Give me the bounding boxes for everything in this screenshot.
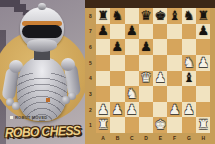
piece-white-queen[interactable]: ♛ <box>140 71 152 84</box>
file-label-b: B <box>110 133 124 143</box>
square-c2[interactable]: ♟ <box>125 102 139 118</box>
square-a1[interactable]: ♜ <box>96 117 110 133</box>
square-f4[interactable] <box>167 71 181 87</box>
piece-black-rook[interactable]: ♜ <box>97 9 109 22</box>
square-g2[interactable]: ♟ <box>182 102 196 118</box>
square-f1[interactable] <box>167 117 181 133</box>
square-c8[interactable] <box>125 8 139 24</box>
robot-claw <box>12 102 20 110</box>
piece-white-king[interactable]: ♚ <box>155 118 167 131</box>
square-g7[interactable] <box>182 24 196 40</box>
piece-white-pawn[interactable]: ♟ <box>126 103 138 116</box>
file-label-a: A <box>96 133 110 143</box>
square-f3[interactable] <box>167 86 181 102</box>
robot-torso <box>17 57 67 121</box>
square-g6[interactable] <box>182 39 196 55</box>
square-a8[interactable]: ♜ <box>96 8 110 24</box>
robot-claw <box>62 96 70 104</box>
rank-label-4: 4 <box>85 71 96 87</box>
file-label-c: C <box>125 133 139 143</box>
robot-visor <box>22 25 62 38</box>
file-labels: ABCDEFGH <box>96 133 210 143</box>
square-e3[interactable] <box>153 86 167 102</box>
rank-label-2: 2 <box>85 102 96 118</box>
square-d8[interactable]: ♛ <box>139 8 153 24</box>
square-f8[interactable]: ♝ <box>167 8 181 24</box>
square-e1[interactable]: ♚ <box>153 117 167 133</box>
square-h4[interactable] <box>196 71 210 87</box>
square-c7[interactable]: ♟ <box>125 24 139 40</box>
square-b1[interactable] <box>110 117 124 133</box>
square-g8[interactable]: ♞ <box>182 8 196 24</box>
rank-label-8: 8 <box>85 8 96 24</box>
square-g3[interactable] <box>182 86 196 102</box>
status-text: ROBOT MOVED <box>15 115 47 120</box>
square-d4[interactable]: ♛ <box>139 71 153 87</box>
square-c4[interactable] <box>125 71 139 87</box>
square-e6[interactable] <box>153 39 167 55</box>
file-label-f: F <box>167 133 181 143</box>
piece-white-pawn[interactable]: ♟ <box>183 103 195 116</box>
square-d5[interactable] <box>139 55 153 71</box>
square-b6[interactable]: ♟ <box>110 39 124 55</box>
square-b8[interactable]: ♞ <box>110 8 124 24</box>
file-label-h: H <box>196 133 210 143</box>
square-h8[interactable]: ♜ <box>196 8 210 24</box>
square-g1[interactable] <box>182 117 196 133</box>
app-logo: ROBO CHESS <box>2 123 83 141</box>
square-c3[interactable]: ♞ <box>125 86 139 102</box>
square-h6[interactable] <box>196 39 210 55</box>
robot-antenna <box>38 3 46 10</box>
rank-label-3: 3 <box>85 86 96 102</box>
piece-black-pawn[interactable]: ♟ <box>97 24 109 37</box>
piece-white-pawn[interactable]: ♟ <box>97 103 109 116</box>
piece-black-pawn[interactable]: ♟ <box>197 24 209 37</box>
piece-white-pawn[interactable]: ♟ <box>169 103 181 116</box>
left-panel: ROBOT MOVED ROBO CHESS <box>0 0 85 144</box>
chess-board: ♜♞♛♚♝♞♜♟♟♟♟♟♞♟♛♟♝♞♟♟♟♟♟♜♚♜ <box>96 8 210 133</box>
square-f5[interactable] <box>167 55 181 71</box>
status-row: ROBOT MOVED <box>10 114 47 120</box>
square-a5[interactable] <box>96 55 110 71</box>
square-b5[interactable] <box>110 55 124 71</box>
piece-black-queen[interactable]: ♛ <box>140 9 152 22</box>
piece-white-pawn[interactable]: ♟ <box>155 71 167 84</box>
square-h5[interactable]: ♟ <box>196 55 210 71</box>
piece-black-rook[interactable]: ♜ <box>197 9 209 22</box>
square-e8[interactable]: ♚ <box>153 8 167 24</box>
piece-black-knight[interactable]: ♞ <box>183 9 195 22</box>
status-dot-icon <box>10 116 13 119</box>
square-e7[interactable] <box>153 24 167 40</box>
square-a4[interactable] <box>96 71 110 87</box>
square-d6[interactable]: ♟ <box>139 39 153 55</box>
rank-label-5: 5 <box>85 55 96 71</box>
square-d2[interactable] <box>139 102 153 118</box>
piece-black-pawn[interactable]: ♟ <box>112 40 124 53</box>
piece-white-pawn[interactable]: ♟ <box>197 56 209 69</box>
square-b3[interactable] <box>110 86 124 102</box>
piece-black-pawn[interactable]: ♟ <box>140 40 152 53</box>
robot-chin <box>27 39 57 52</box>
square-d7[interactable] <box>139 24 153 40</box>
square-e2[interactable] <box>153 102 167 118</box>
square-h3[interactable] <box>196 86 210 102</box>
square-f7[interactable] <box>167 24 181 40</box>
piece-black-bishop[interactable]: ♝ <box>183 71 195 84</box>
board-top-strip <box>85 0 215 8</box>
accent-square <box>46 98 50 102</box>
square-g5[interactable]: ♞ <box>182 55 196 71</box>
piece-black-pawn[interactable]: ♟ <box>126 24 138 37</box>
square-a2[interactable]: ♟ <box>96 102 110 118</box>
piece-black-king[interactable]: ♚ <box>155 9 167 22</box>
rank-label-7: 7 <box>85 24 96 40</box>
piece-white-knight[interactable]: ♞ <box>126 87 138 100</box>
file-label-d: D <box>139 133 153 143</box>
square-e4[interactable]: ♟ <box>153 71 167 87</box>
square-h7[interactable]: ♟ <box>196 24 210 40</box>
piece-white-knight[interactable]: ♞ <box>183 56 195 69</box>
rank-label-1: 1 <box>85 117 96 133</box>
piece-white-pawn[interactable]: ♟ <box>112 103 124 116</box>
rank-label-6: 6 <box>85 39 96 55</box>
square-e5[interactable] <box>153 55 167 71</box>
square-a3[interactable] <box>96 86 110 102</box>
square-h1[interactable]: ♜ <box>196 117 210 133</box>
piece-black-knight[interactable]: ♞ <box>112 9 124 22</box>
piece-black-bishop[interactable]: ♝ <box>169 9 181 22</box>
square-d3[interactable] <box>139 86 153 102</box>
square-c6[interactable] <box>125 39 139 55</box>
square-f6[interactable] <box>167 39 181 55</box>
square-h2[interactable] <box>196 102 210 118</box>
square-b2[interactable]: ♟ <box>110 102 124 118</box>
square-f2[interactable]: ♟ <box>167 102 181 118</box>
square-a7[interactable]: ♟ <box>96 24 110 40</box>
square-g4[interactable]: ♝ <box>182 71 196 87</box>
file-label-g: G <box>182 133 196 143</box>
piece-white-rook[interactable]: ♜ <box>97 118 109 131</box>
square-c5[interactable] <box>125 55 139 71</box>
rank-labels: 87654321 <box>85 8 96 133</box>
square-d1[interactable] <box>139 117 153 133</box>
piece-white-rook[interactable]: ♜ <box>197 118 209 131</box>
square-b4[interactable] <box>110 71 124 87</box>
robo-chess-app: ROBOT MOVED ROBO CHESS 87654321 ♜♞♛♚♝♞♜♟… <box>0 0 215 144</box>
square-a6[interactable] <box>96 39 110 55</box>
square-c1[interactable] <box>125 117 139 133</box>
file-label-e: E <box>153 133 167 143</box>
square-b7[interactable] <box>110 24 124 40</box>
